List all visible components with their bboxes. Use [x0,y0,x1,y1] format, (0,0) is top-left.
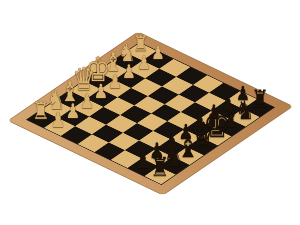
piece-white-pawn-b2[interactable]: ♟ [65,101,80,121]
piece-white-pawn-h2[interactable]: ♟ [151,44,164,62]
piece-white-pawn-a2[interactable]: ♟ [51,110,66,131]
piece-white-pawn-c2[interactable]: ♟ [80,91,95,111]
piece-white-pawn-d2[interactable]: ♟ [94,82,108,102]
piece-white-pawn-e2[interactable]: ♟ [108,72,122,91]
pieces-layer: ♜♞♝♚♛♝♞♜♟♟♟♟♟♟♟♟♟♟♟♟♟♟♟♟♜♞♝♚♛♝♞♜ [0,0,300,225]
piece-white-pawn-g2[interactable]: ♟ [137,54,151,73]
piece-white-pawn-f2[interactable]: ♟ [123,63,137,82]
piece-black-rook-a8[interactable]: ♜ [150,154,169,181]
piece-black-pawn-a7[interactable]: ♟ [135,150,151,172]
product-photo: ♜♞♝♚♛♝♞♜♟♟♟♟♟♟♟♟♟♟♟♟♟♟♟♟♜♞♝♚♛♝♞♜ [0,0,300,225]
piece-white-rook-a1[interactable]: ♜ [32,99,50,123]
